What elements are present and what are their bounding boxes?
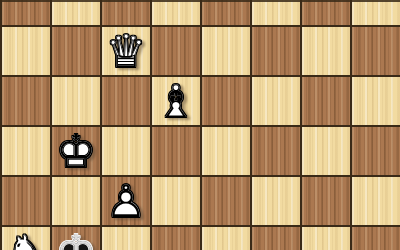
square-d7[interactable]	[150, 0, 200, 25]
square-b6[interactable]	[50, 25, 100, 75]
square-e7[interactable]	[200, 0, 250, 25]
square-c7[interactable]	[100, 0, 150, 25]
chessboard: ♛♕♝♗♚♔♟♙♞♘♚♔	[0, 0, 400, 250]
square-f2[interactable]	[250, 225, 300, 250]
square-f7[interactable]	[250, 0, 300, 25]
white-knight-outline-glyph: ♘	[6, 229, 46, 250]
square-a5[interactable]	[0, 75, 50, 125]
square-h6[interactable]	[350, 25, 400, 75]
square-g2[interactable]	[300, 225, 350, 250]
square-d4[interactable]	[150, 125, 200, 175]
white-queen-outline-glyph: ♕	[106, 29, 146, 74]
square-b2[interactable]: ♚♔	[50, 225, 100, 250]
white-bishop[interactable]: ♝♗	[152, 77, 200, 125]
square-e6[interactable]	[200, 25, 250, 75]
square-b3[interactable]	[50, 175, 100, 225]
square-d3[interactable]	[150, 175, 200, 225]
white-king-outline-glyph: ♔	[56, 129, 96, 174]
square-c3[interactable]: ♟♙	[100, 175, 150, 225]
square-f5[interactable]	[250, 75, 300, 125]
square-a2[interactable]: ♞♘	[0, 225, 50, 250]
square-e5[interactable]	[200, 75, 250, 125]
square-f3[interactable]	[250, 175, 300, 225]
square-g5[interactable]	[300, 75, 350, 125]
square-g4[interactable]	[300, 125, 350, 175]
black-king[interactable]: ♚♔	[52, 227, 100, 250]
square-g6[interactable]	[300, 25, 350, 75]
square-b5[interactable]	[50, 75, 100, 125]
square-h3[interactable]	[350, 175, 400, 225]
white-bishop-outline-glyph: ♗	[156, 79, 196, 124]
square-c5[interactable]	[100, 75, 150, 125]
square-h7[interactable]	[350, 0, 400, 25]
square-d2[interactable]	[150, 225, 200, 250]
square-f4[interactable]	[250, 125, 300, 175]
square-h4[interactable]	[350, 125, 400, 175]
square-g3[interactable]	[300, 175, 350, 225]
black-king-outline-glyph: ♔	[56, 229, 96, 250]
square-b7[interactable]	[50, 0, 100, 25]
white-knight[interactable]: ♞♘	[2, 227, 50, 250]
square-e4[interactable]	[200, 125, 250, 175]
white-pawn-outline-glyph: ♙	[106, 179, 146, 224]
white-pawn[interactable]: ♟♙	[102, 177, 150, 225]
square-c4[interactable]	[100, 125, 150, 175]
square-h2[interactable]	[350, 225, 400, 250]
square-f6[interactable]	[250, 25, 300, 75]
square-d6[interactable]	[150, 25, 200, 75]
square-a3[interactable]	[0, 175, 50, 225]
square-e2[interactable]	[200, 225, 250, 250]
chessboard-viewport: ♛♕♝♗♚♔♟♙♞♘♚♔	[0, 0, 400, 250]
white-queen[interactable]: ♛♕	[102, 27, 150, 75]
square-d5[interactable]: ♝♗	[150, 75, 200, 125]
square-c2[interactable]	[100, 225, 150, 250]
board-top-edge-line	[0, 0, 400, 2]
square-h5[interactable]	[350, 75, 400, 125]
white-king[interactable]: ♚♔	[52, 127, 100, 175]
square-a6[interactable]	[0, 25, 50, 75]
square-a4[interactable]	[0, 125, 50, 175]
square-a7[interactable]	[0, 0, 50, 25]
square-c6[interactable]: ♛♕	[100, 25, 150, 75]
square-b4[interactable]: ♚♔	[50, 125, 100, 175]
square-g7[interactable]	[300, 0, 350, 25]
square-e3[interactable]	[200, 175, 250, 225]
